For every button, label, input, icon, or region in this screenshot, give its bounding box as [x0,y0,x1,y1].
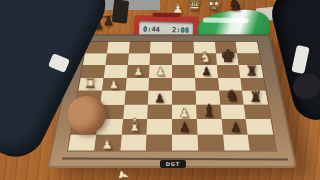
square-b4[interactable] [150,53,172,65]
square-d2[interactable]: ♟ [102,78,127,91]
square-b7[interactable]: ♚ [216,53,239,65]
square-b5[interactable] [172,53,194,65]
square-h7[interactable] [223,134,250,150]
square-c6[interactable]: ♟ [194,65,217,77]
piece-wP-c4[interactable]: ♟ [149,66,172,78]
square-f6[interactable]: ♝ [196,104,221,119]
piece-bP-e4[interactable]: ♟ [148,92,172,104]
square-g6[interactable] [197,119,223,134]
square-f8[interactable] [244,104,271,119]
board-grid: ♞♚♟♟♟♜♜♟♟♞♜♟♝♚♝♟♟♟ [68,42,276,151]
square-d3[interactable] [125,78,149,91]
square-g8[interactable] [246,119,273,134]
square-e4[interactable]: ♟ [148,91,172,105]
square-c5[interactable] [172,65,195,77]
square-g7[interactable]: ♟ [221,119,248,134]
piece-bK-b7[interactable]: ♚ [217,48,239,65]
piece-bR-c8[interactable]: ♜ [240,64,263,78]
square-e5[interactable] [172,91,196,105]
piece-bR-e8[interactable]: ♜ [244,90,268,104]
square-b6[interactable]: ♞ [194,53,217,65]
photo-scene: ♜♟♟ ♟♛♚♞ 0:44 2:08 ♞♚♟♟♟♜♜♟♟♞♜♟♝♚♝♟♟♟ DG… [0,0,320,180]
square-h3[interactable] [120,134,147,150]
piece-wP-h2[interactable]: ♟ [94,137,120,150]
square-a8[interactable] [236,42,259,53]
square-a4[interactable] [150,42,172,53]
piece-wP-c3[interactable]: ♟ [126,66,149,78]
square-c8[interactable]: ♜ [239,65,263,77]
square-a5[interactable] [172,42,194,53]
square-c2[interactable] [104,65,128,77]
square-g5[interactable]: ♟ [172,119,197,134]
piece-bP-g5[interactable]: ♟ [172,121,197,134]
square-d5[interactable] [172,78,195,91]
dgt-logo: DGT [160,160,186,168]
square-h5[interactable] [172,134,198,150]
square-c3[interactable]: ♟ [126,65,149,77]
square-e8[interactable]: ♜ [242,91,268,105]
square-d6[interactable] [195,78,219,91]
square-e3[interactable] [124,91,149,105]
square-h6[interactable] [197,134,224,150]
piece-wP-d2[interactable]: ♟ [102,79,125,91]
square-c4[interactable]: ♟ [149,65,172,77]
square-f5[interactable]: ♟ [172,104,197,119]
piece-wP-f5[interactable]: ♟ [172,107,197,119]
piece-wR-d1[interactable]: ♜ [78,77,101,91]
piece-bP-c6[interactable]: ♟ [195,66,218,78]
square-a3[interactable] [128,42,150,53]
square-h1[interactable] [68,134,96,150]
square-d4[interactable] [149,78,172,91]
square-c7[interactable] [217,65,241,77]
square-g3[interactable]: ♝ [121,119,147,134]
piece-wB-g3[interactable]: ♝ [121,117,146,134]
piece-bP-g7[interactable]: ♟ [223,121,248,134]
square-f7[interactable] [220,104,246,119]
square-b1[interactable] [83,53,107,65]
square-b3[interactable] [127,53,150,65]
piece-bB-f6[interactable]: ♝ [197,102,222,119]
square-h8[interactable] [248,134,276,150]
square-e7[interactable]: ♞ [219,91,244,105]
piece-wN-b6[interactable]: ♞ [194,50,216,65]
square-e2[interactable] [100,91,125,105]
square-h4[interactable] [146,134,172,150]
square-g4[interactable] [147,119,172,134]
square-d1[interactable]: ♜ [78,78,103,91]
piece-bN-e7[interactable]: ♞ [220,89,244,105]
square-b2[interactable] [105,53,128,65]
square-f4[interactable] [147,104,172,119]
square-a2[interactable] [107,42,130,53]
square-h2[interactable]: ♟ [94,134,121,150]
